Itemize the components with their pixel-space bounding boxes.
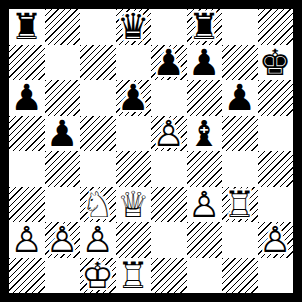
black-pawn-icon: ♟♟ (187, 45, 223, 81)
piece-glyph: ♕ (116, 187, 152, 223)
piece-glyph: ♙ (258, 222, 294, 258)
white-pawn-icon: ♟♙ (80, 222, 116, 258)
piece-glyph: ♔ (80, 258, 116, 294)
piece-glyph: ♘ (80, 187, 116, 223)
piece-glyph: ♟ (9, 80, 45, 116)
square-d8[interactable]: ♛♛ (116, 9, 152, 45)
square-f8[interactable]: ♜♜ (187, 9, 223, 45)
square-h5[interactable] (258, 116, 294, 152)
square-c3[interactable]: ♞♘ (80, 187, 116, 223)
piece-glyph: ♖ (116, 258, 152, 294)
square-f6[interactable] (187, 80, 223, 116)
square-e6[interactable] (151, 80, 187, 116)
square-b7[interactable] (45, 45, 81, 81)
square-h2[interactable]: ♟♙ (258, 222, 294, 258)
square-d1[interactable]: ♜♖ (116, 258, 152, 294)
square-d7[interactable] (116, 45, 152, 81)
black-queen-icon: ♛♛ (116, 9, 152, 45)
square-f5[interactable]: ♝♝ (187, 116, 223, 152)
square-a6[interactable]: ♟♟ (9, 80, 45, 116)
square-d4[interactable] (116, 151, 152, 187)
square-e1[interactable] (151, 258, 187, 294)
white-queen-icon: ♛♕ (116, 187, 152, 223)
piece-glyph: ♜ (187, 9, 223, 45)
square-g8[interactable] (222, 9, 258, 45)
square-a3[interactable] (9, 187, 45, 223)
white-pawn-icon: ♟♙ (9, 222, 45, 258)
square-a4[interactable] (9, 151, 45, 187)
square-d5[interactable] (116, 116, 152, 152)
square-h1[interactable] (258, 258, 294, 294)
square-c8[interactable] (80, 9, 116, 45)
square-g2[interactable] (222, 222, 258, 258)
square-d2[interactable] (116, 222, 152, 258)
chessboard-frame: ♜♜♛♛♜♜♟♟♟♟♚♚♟♟♟♟♟♟♟♟♟♙♝♝♞♘♛♕♟♙♜♖♟♙♟♙♟♙♟♙… (0, 0, 302, 302)
square-h3[interactable] (258, 187, 294, 223)
square-h8[interactable] (258, 9, 294, 45)
white-rook-icon: ♜♖ (116, 258, 152, 294)
piece-glyph: ♟ (187, 45, 223, 81)
square-b3[interactable] (45, 187, 81, 223)
white-rook-icon: ♜♖ (222, 187, 258, 223)
square-a5[interactable] (9, 116, 45, 152)
square-e5[interactable]: ♟♙ (151, 116, 187, 152)
square-f2[interactable] (187, 222, 223, 258)
square-c2[interactable]: ♟♙ (80, 222, 116, 258)
square-a8[interactable]: ♜♜ (9, 9, 45, 45)
square-e8[interactable] (151, 9, 187, 45)
square-g1[interactable] (222, 258, 258, 294)
piece-glyph: ♙ (9, 222, 45, 258)
square-c7[interactable] (80, 45, 116, 81)
piece-glyph: ♚ (258, 45, 294, 81)
square-e3[interactable] (151, 187, 187, 223)
piece-glyph: ♝ (187, 116, 223, 152)
square-g7[interactable] (222, 45, 258, 81)
square-f7[interactable]: ♟♟ (187, 45, 223, 81)
square-a7[interactable] (9, 45, 45, 81)
black-rook-icon: ♜♜ (187, 9, 223, 45)
piece-glyph: ♛ (116, 9, 152, 45)
square-c5[interactable] (80, 116, 116, 152)
square-b8[interactable] (45, 9, 81, 45)
piece-glyph: ♟ (116, 80, 152, 116)
black-bishop-icon: ♝♝ (187, 116, 223, 152)
square-c1[interactable]: ♚♔ (80, 258, 116, 294)
square-e2[interactable] (151, 222, 187, 258)
piece-glyph: ♙ (45, 222, 81, 258)
white-pawn-icon: ♟♙ (151, 116, 187, 152)
black-rook-icon: ♜♜ (9, 9, 45, 45)
square-d6[interactable]: ♟♟ (116, 80, 152, 116)
piece-glyph: ♜ (9, 9, 45, 45)
white-king-icon: ♚♔ (80, 258, 116, 294)
piece-glyph: ♙ (187, 187, 223, 223)
square-g6[interactable]: ♟♟ (222, 80, 258, 116)
black-pawn-icon: ♟♟ (9, 80, 45, 116)
black-pawn-icon: ♟♟ (116, 80, 152, 116)
square-a2[interactable]: ♟♙ (9, 222, 45, 258)
piece-glyph: ♟ (222, 80, 258, 116)
white-knight-icon: ♞♘ (80, 187, 116, 223)
black-pawn-icon: ♟♟ (45, 116, 81, 152)
square-e7[interactable]: ♟♟ (151, 45, 187, 81)
square-h6[interactable] (258, 80, 294, 116)
piece-glyph: ♙ (80, 222, 116, 258)
black-king-icon: ♚♚ (258, 45, 294, 81)
piece-glyph: ♟ (45, 116, 81, 152)
chessboard: ♜♜♛♛♜♜♟♟♟♟♚♚♟♟♟♟♟♟♟♟♟♙♝♝♞♘♛♕♟♙♜♖♟♙♟♙♟♙♟♙… (9, 9, 293, 293)
square-h7[interactable]: ♚♚ (258, 45, 294, 81)
piece-glyph: ♙ (151, 116, 187, 152)
piece-glyph: ♖ (222, 187, 258, 223)
white-pawn-icon: ♟♙ (187, 187, 223, 223)
square-e4[interactable] (151, 151, 187, 187)
white-pawn-icon: ♟♙ (45, 222, 81, 258)
square-g5[interactable] (222, 116, 258, 152)
square-d3[interactable]: ♛♕ (116, 187, 152, 223)
square-b4[interactable] (45, 151, 81, 187)
square-f3[interactable]: ♟♙ (187, 187, 223, 223)
black-pawn-icon: ♟♟ (222, 80, 258, 116)
square-h4[interactable] (258, 151, 294, 187)
white-pawn-icon: ♟♙ (258, 222, 294, 258)
square-f4[interactable] (187, 151, 223, 187)
square-b2[interactable]: ♟♙ (45, 222, 81, 258)
square-c6[interactable] (80, 80, 116, 116)
square-c4[interactable] (80, 151, 116, 187)
square-b6[interactable] (45, 80, 81, 116)
piece-glyph: ♟ (151, 45, 187, 81)
square-b1[interactable] (45, 258, 81, 294)
square-g3[interactable]: ♜♖ (222, 187, 258, 223)
square-g4[interactable] (222, 151, 258, 187)
square-a1[interactable] (9, 258, 45, 294)
black-pawn-icon: ♟♟ (151, 45, 187, 81)
square-b5[interactable]: ♟♟ (45, 116, 81, 152)
square-f1[interactable] (187, 258, 223, 294)
